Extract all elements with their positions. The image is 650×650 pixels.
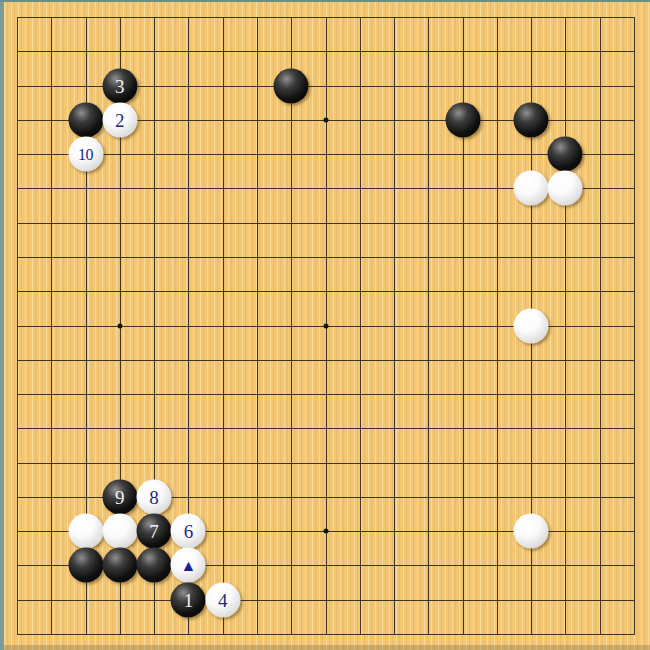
stone-black[interactable] bbox=[68, 102, 103, 137]
page-edge-top bbox=[0, 0, 650, 2]
stone-black[interactable]: 3 bbox=[102, 68, 137, 103]
grid-line-vertical bbox=[428, 17, 429, 635]
stone-black[interactable] bbox=[274, 68, 309, 103]
grid-line-horizontal bbox=[17, 360, 635, 361]
stone-white[interactable]: 4 bbox=[205, 582, 240, 617]
stone-black[interactable] bbox=[445, 102, 480, 137]
stone-white[interactable]: 8 bbox=[137, 479, 172, 514]
stone-black[interactable] bbox=[102, 548, 137, 583]
stone-move-number: 8 bbox=[149, 487, 159, 506]
stone-black[interactable] bbox=[548, 137, 583, 172]
board-grid[interactable]: 32109876▲14 bbox=[17, 17, 635, 635]
stone-white[interactable] bbox=[514, 171, 549, 206]
stone-move-number: 3 bbox=[115, 76, 125, 95]
grid-line-vertical bbox=[565, 17, 566, 635]
stone-black[interactable] bbox=[137, 548, 172, 583]
stone-move-number: 9 bbox=[115, 487, 125, 506]
board-bottom-shade bbox=[4, 645, 650, 650]
star-point bbox=[323, 529, 328, 534]
go-board[interactable]: 32109876▲14 bbox=[4, 2, 650, 650]
grid-line-vertical bbox=[600, 17, 601, 635]
stone-black[interactable]: 1 bbox=[171, 582, 206, 617]
stone-white[interactable] bbox=[514, 308, 549, 343]
grid-line-horizontal bbox=[17, 428, 635, 429]
stone-white[interactable] bbox=[514, 514, 549, 549]
grid-line-vertical bbox=[360, 17, 361, 635]
stone-white[interactable]: ▲ bbox=[171, 548, 206, 583]
stone-black[interactable]: 7 bbox=[137, 514, 172, 549]
grid-line-horizontal bbox=[17, 463, 635, 464]
stone-white[interactable]: 10 bbox=[68, 137, 103, 172]
stone-move-number: 1 bbox=[184, 590, 194, 609]
stone-move-number: 2 bbox=[115, 110, 125, 129]
stone-white[interactable]: 6 bbox=[171, 514, 206, 549]
grid-line-horizontal bbox=[17, 394, 635, 395]
stone-white[interactable] bbox=[548, 171, 583, 206]
stone-move-number: 10 bbox=[78, 146, 93, 162]
stone-black[interactable] bbox=[514, 102, 549, 137]
star-point bbox=[117, 323, 122, 328]
triangle-marker-icon: ▲ bbox=[180, 557, 196, 573]
grid-line-horizontal bbox=[17, 600, 635, 601]
stone-white[interactable] bbox=[68, 514, 103, 549]
stone-move-number: 6 bbox=[184, 522, 194, 541]
stone-black[interactable]: 9 bbox=[102, 479, 137, 514]
grid-line-vertical bbox=[497, 17, 498, 635]
grid-line-vertical bbox=[394, 17, 395, 635]
star-point bbox=[323, 323, 328, 328]
star-point bbox=[323, 117, 328, 122]
page-edge-left bbox=[0, 0, 4, 640]
grid-line-horizontal bbox=[17, 634, 635, 635]
page-background: 32109876▲14 bbox=[0, 0, 650, 650]
stone-move-number: 4 bbox=[218, 590, 228, 609]
stone-black[interactable] bbox=[68, 548, 103, 583]
grid-line-vertical bbox=[634, 17, 635, 635]
stone-move-number: 7 bbox=[149, 522, 159, 541]
stone-white[interactable] bbox=[102, 514, 137, 549]
stone-white[interactable]: 2 bbox=[102, 102, 137, 137]
